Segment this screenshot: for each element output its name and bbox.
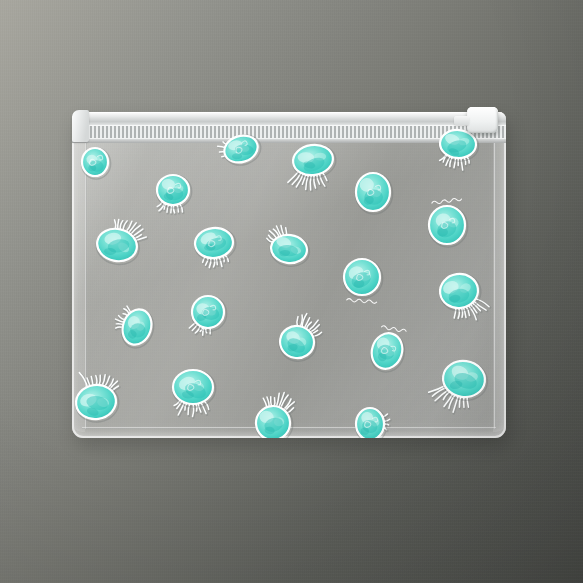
jellyfish [356,173,393,214]
jellyfish [429,197,468,247]
zipper-slider-pull [467,107,498,133]
jellyfish [193,226,238,271]
jellyfish [82,148,111,179]
jellyfish [109,303,159,353]
jellyfish-pattern-layer [72,112,506,438]
photo-backdrop [0,0,583,583]
jellyfish [438,129,480,173]
jellyfish [356,408,391,438]
jellyfish [93,215,150,270]
jellyfish [157,175,192,214]
jellyfish [173,370,216,418]
jellyfish [217,130,265,170]
jellyfish [263,224,312,269]
jellyfish [426,356,490,417]
jellyfish [253,392,297,438]
jellyfish [72,367,124,424]
clear-zip-pouch [72,112,506,438]
jellyfish [189,296,226,337]
jellyfish [366,321,412,376]
jellyfish [437,270,491,325]
jellyfish [344,259,383,304]
jellyfish [283,142,340,194]
jellyfish [276,310,325,365]
